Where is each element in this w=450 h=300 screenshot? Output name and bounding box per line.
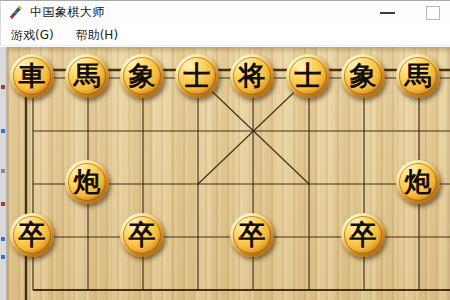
piece-glyph: 炮	[396, 160, 440, 204]
background-text-fragment	[1, 237, 5, 241]
piece-black-horse[interactable]: 馬	[396, 54, 440, 98]
title-bar: 中国象棋大师	[0, 1, 450, 24]
background-text-fragment	[1, 169, 5, 173]
background-text-fragment	[1, 129, 5, 133]
piece-glyph: 馬	[396, 54, 440, 98]
piece-glyph: 炮	[65, 160, 109, 204]
menu-item-help[interactable]: 帮助(H)	[73, 25, 121, 46]
piece-black-horse[interactable]: 馬	[65, 54, 109, 98]
piece-black-cannon[interactable]: 炮	[65, 160, 109, 204]
window-title: 中国象棋大师	[30, 4, 105, 21]
piece-black-advisor[interactable]: 士	[175, 54, 219, 98]
piece-glyph: 卒	[120, 213, 164, 257]
piece-glyph: 象	[120, 54, 164, 98]
maximize-button[interactable]	[416, 1, 450, 24]
app-window: 中国象棋大师 游戏(G) 帮助(H)	[0, 0, 450, 300]
menu-item-game[interactable]: 游戏(G)	[8, 25, 57, 46]
background-text-fragment	[1, 85, 5, 89]
background-text-fragment	[1, 255, 5, 259]
piece-glyph: 象	[341, 54, 385, 98]
piece-black-cannon[interactable]: 炮	[396, 160, 440, 204]
piece-black-soldier[interactable]: 卒	[10, 213, 54, 257]
piece-glyph: 卒	[341, 213, 385, 257]
piece-black-soldier[interactable]: 卒	[230, 213, 274, 257]
background-window-sliver	[0, 47, 7, 300]
piece-black-chariot[interactable]: 車	[10, 54, 54, 98]
minimize-icon	[380, 12, 395, 14]
app-wand-icon	[8, 5, 23, 20]
piece-black-soldier[interactable]: 卒	[120, 213, 164, 257]
piece-glyph: 馬	[65, 54, 109, 98]
minimize-button[interactable]	[370, 1, 404, 24]
piece-black-elephant[interactable]: 象	[120, 54, 164, 98]
piece-glyph: 将	[230, 54, 274, 98]
menu-bar: 游戏(G) 帮助(H)	[0, 24, 450, 46]
piece-glyph: 卒	[10, 213, 54, 257]
piece-glyph: 卒	[230, 213, 274, 257]
background-text-fragment	[1, 202, 5, 206]
piece-glyph: 車	[10, 54, 54, 98]
piece-glyph: 士	[286, 54, 330, 98]
piece-black-soldier[interactable]: 卒	[341, 213, 385, 257]
piece-black-elephant[interactable]: 象	[341, 54, 385, 98]
piece-black-general[interactable]: 将	[230, 54, 274, 98]
xiangqi-board[interactable]: 車馬象士将士象馬車炮炮卒卒卒卒卒	[7, 47, 450, 300]
maximize-icon	[426, 6, 440, 20]
piece-glyph: 士	[175, 54, 219, 98]
piece-black-advisor[interactable]: 士	[286, 54, 330, 98]
